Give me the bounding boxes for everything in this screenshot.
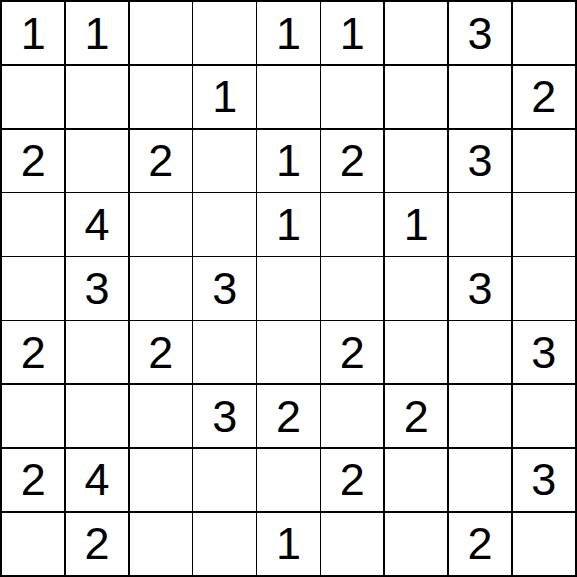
cell-r3c1[interactable]: 2 <box>2 130 64 192</box>
cell-r2c7[interactable] <box>385 66 447 128</box>
cell-r5c5[interactable] <box>257 257 319 319</box>
cell-r1c4[interactable] <box>193 2 255 64</box>
cell-r7c4[interactable]: 3 <box>193 385 255 447</box>
cell-r6c1[interactable]: 2 <box>2 321 64 383</box>
cell-r4c1[interactable] <box>2 193 64 255</box>
cell-r2c3[interactable] <box>130 66 192 128</box>
cell-r1c3[interactable] <box>130 2 192 64</box>
cell-r8c1[interactable]: 2 <box>2 449 64 511</box>
cell-r7c2[interactable] <box>66 385 128 447</box>
cell-r9c7[interactable] <box>385 513 447 575</box>
cell-r3c4[interactable] <box>193 130 255 192</box>
cell-r8c4[interactable] <box>193 449 255 511</box>
cell-r9c2[interactable]: 2 <box>66 513 128 575</box>
cell-r1c2[interactable]: 1 <box>66 2 128 64</box>
cell-r6c6[interactable]: 2 <box>321 321 383 383</box>
cell-r2c9[interactable]: 2 <box>513 66 575 128</box>
cell-r9c3[interactable] <box>130 513 192 575</box>
cell-r3c9[interactable] <box>513 130 575 192</box>
cell-r6c2[interactable] <box>66 321 128 383</box>
cell-r5c1[interactable] <box>2 257 64 319</box>
cell-r7c3[interactable] <box>130 385 192 447</box>
cell-r7c8[interactable] <box>449 385 511 447</box>
cell-r4c5[interactable]: 1 <box>257 193 319 255</box>
cell-r8c8[interactable] <box>449 449 511 511</box>
cell-r6c4[interactable] <box>193 321 255 383</box>
cell-r4c9[interactable] <box>513 193 575 255</box>
cell-r3c8[interactable]: 3 <box>449 130 511 192</box>
cell-r5c6[interactable] <box>321 257 383 319</box>
cell-r1c5[interactable]: 1 <box>257 2 319 64</box>
cell-r7c6[interactable] <box>321 385 383 447</box>
cell-r1c6[interactable]: 1 <box>321 2 383 64</box>
cell-r5c8[interactable]: 3 <box>449 257 511 319</box>
cell-r3c7[interactable] <box>385 130 447 192</box>
cell-r9c5[interactable]: 1 <box>257 513 319 575</box>
cell-r3c6[interactable]: 2 <box>321 130 383 192</box>
cell-r2c2[interactable] <box>66 66 128 128</box>
cell-r6c5[interactable] <box>257 321 319 383</box>
cell-r8c7[interactable] <box>385 449 447 511</box>
cell-r4c2[interactable]: 4 <box>66 193 128 255</box>
cell-r4c3[interactable] <box>130 193 192 255</box>
cell-r5c2[interactable]: 3 <box>66 257 128 319</box>
cell-r5c9[interactable] <box>513 257 575 319</box>
cell-r5c7[interactable] <box>385 257 447 319</box>
cell-r7c7[interactable]: 2 <box>385 385 447 447</box>
cell-r1c8[interactable]: 3 <box>449 2 511 64</box>
cell-r7c9[interactable] <box>513 385 575 447</box>
cell-r3c5[interactable]: 1 <box>257 130 319 192</box>
cell-r9c8[interactable]: 2 <box>449 513 511 575</box>
cell-r7c1[interactable] <box>2 385 64 447</box>
cell-r2c4[interactable]: 1 <box>193 66 255 128</box>
cell-r6c3[interactable]: 2 <box>130 321 192 383</box>
cell-r8c3[interactable] <box>130 449 192 511</box>
cell-r4c6[interactable] <box>321 193 383 255</box>
mosaic-puzzle-board: 11113122212341133322233222423212 <box>0 0 577 577</box>
cell-r4c8[interactable] <box>449 193 511 255</box>
cell-r9c9[interactable] <box>513 513 575 575</box>
cell-r4c7[interactable]: 1 <box>385 193 447 255</box>
cell-r8c5[interactable] <box>257 449 319 511</box>
cell-r2c5[interactable] <box>257 66 319 128</box>
cell-r9c6[interactable] <box>321 513 383 575</box>
cell-r9c4[interactable] <box>193 513 255 575</box>
cell-r6c8[interactable] <box>449 321 511 383</box>
cell-r3c3[interactable]: 2 <box>130 130 192 192</box>
cell-r1c9[interactable] <box>513 2 575 64</box>
cell-r1c7[interactable] <box>385 2 447 64</box>
cell-r9c1[interactable] <box>2 513 64 575</box>
cell-r8c6[interactable]: 2 <box>321 449 383 511</box>
cell-r7c5[interactable]: 2 <box>257 385 319 447</box>
cell-r3c2[interactable] <box>66 130 128 192</box>
cell-r5c4[interactable]: 3 <box>193 257 255 319</box>
cell-r2c1[interactable] <box>2 66 64 128</box>
cell-r4c4[interactable] <box>193 193 255 255</box>
cell-r8c2[interactable]: 4 <box>66 449 128 511</box>
cell-r6c9[interactable]: 3 <box>513 321 575 383</box>
cell-r8c9[interactable]: 3 <box>513 449 575 511</box>
cell-r1c1[interactable]: 1 <box>2 2 64 64</box>
cell-r2c8[interactable] <box>449 66 511 128</box>
cell-r2c6[interactable] <box>321 66 383 128</box>
cell-r6c7[interactable] <box>385 321 447 383</box>
cell-r5c3[interactable] <box>130 257 192 319</box>
